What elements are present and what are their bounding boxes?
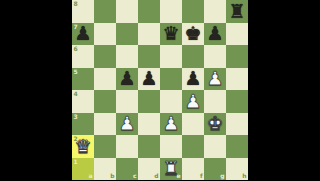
black-pawn[interactable]: ♟ xyxy=(182,68,204,91)
square-b3[interactable] xyxy=(94,113,116,136)
square-e2[interactable] xyxy=(160,135,182,158)
square-h7[interactable] xyxy=(226,23,248,46)
square-c8[interactable] xyxy=(116,0,138,23)
rank-label-8: 8 xyxy=(74,1,78,7)
square-f3[interactable] xyxy=(182,113,204,136)
rank-label-5: 5 xyxy=(74,69,78,75)
square-a8[interactable]: 8 xyxy=(72,0,94,23)
square-f8[interactable] xyxy=(182,0,204,23)
white-rook[interactable]: ♜ xyxy=(160,158,182,181)
square-f1[interactable]: f xyxy=(182,158,204,181)
square-h3[interactable] xyxy=(226,113,248,136)
square-c2[interactable] xyxy=(116,135,138,158)
square-c7[interactable] xyxy=(116,23,138,46)
square-b1[interactable]: b xyxy=(94,158,116,181)
file-label-d: d xyxy=(154,173,158,179)
square-d4[interactable] xyxy=(138,90,160,113)
square-e3[interactable]: ♟ xyxy=(160,113,182,136)
letterbox-right xyxy=(248,0,320,180)
black-pawn[interactable]: ♟ xyxy=(204,23,226,46)
square-h2[interactable] xyxy=(226,135,248,158)
square-e6[interactable] xyxy=(160,45,182,68)
square-b8[interactable] xyxy=(94,0,116,23)
square-d5[interactable]: ♟ xyxy=(138,68,160,91)
file-label-c: c xyxy=(133,173,137,179)
square-f4[interactable]: ♟ xyxy=(182,90,204,113)
square-b5[interactable] xyxy=(94,68,116,91)
square-e7[interactable]: ♛ xyxy=(160,23,182,46)
file-label-a: a xyxy=(88,173,92,179)
square-d7[interactable] xyxy=(138,23,160,46)
white-pawn[interactable]: ♟ xyxy=(182,90,204,113)
white-pawn[interactable]: ♟ xyxy=(116,113,138,136)
square-g2[interactable] xyxy=(204,135,226,158)
square-a2[interactable]: 2♛ xyxy=(72,135,94,158)
square-c6[interactable] xyxy=(116,45,138,68)
square-d6[interactable] xyxy=(138,45,160,68)
black-pawn[interactable]: ♟ xyxy=(116,68,138,91)
rank-label-6: 6 xyxy=(74,46,78,52)
square-f6[interactable] xyxy=(182,45,204,68)
square-e5[interactable] xyxy=(160,68,182,91)
file-label-f: f xyxy=(200,173,203,179)
square-d2[interactable] xyxy=(138,135,160,158)
square-g3[interactable]: ♚ xyxy=(204,113,226,136)
black-king[interactable]: ♚ xyxy=(182,23,204,46)
square-h8[interactable]: ♜ xyxy=(226,0,248,23)
rank-label-3: 3 xyxy=(74,114,78,120)
square-f7[interactable]: ♚ xyxy=(182,23,204,46)
square-g6[interactable] xyxy=(204,45,226,68)
file-label-h: h xyxy=(242,173,246,179)
square-g8[interactable] xyxy=(204,0,226,23)
square-g1[interactable]: g xyxy=(204,158,226,181)
square-c4[interactable] xyxy=(116,90,138,113)
square-c5[interactable]: ♟ xyxy=(116,68,138,91)
square-g5[interactable]: ♟ xyxy=(204,68,226,91)
chess-board: 8♜7♟♛♚♟65♟♟♟♟4♟3♟♟♚2♛1abcde♜fgh xyxy=(72,0,248,180)
black-pawn[interactable]: ♟ xyxy=(138,68,160,91)
white-pawn[interactable]: ♟ xyxy=(160,113,182,136)
square-e8[interactable] xyxy=(160,0,182,23)
square-c3[interactable]: ♟ xyxy=(116,113,138,136)
square-c1[interactable]: c xyxy=(116,158,138,181)
square-f2[interactable] xyxy=(182,135,204,158)
letterbox-left xyxy=(0,0,72,180)
black-queen[interactable]: ♛ xyxy=(160,23,182,46)
square-b7[interactable] xyxy=(94,23,116,46)
square-g4[interactable] xyxy=(204,90,226,113)
square-d8[interactable] xyxy=(138,0,160,23)
square-a7[interactable]: 7♟ xyxy=(72,23,94,46)
square-b6[interactable] xyxy=(94,45,116,68)
square-h6[interactable] xyxy=(226,45,248,68)
square-a6[interactable]: 6 xyxy=(72,45,94,68)
square-h4[interactable] xyxy=(226,90,248,113)
file-label-b: b xyxy=(110,173,114,179)
file-label-g: g xyxy=(220,173,224,179)
square-a1[interactable]: 1a xyxy=(72,158,94,181)
square-g7[interactable]: ♟ xyxy=(204,23,226,46)
black-rook[interactable]: ♜ xyxy=(226,0,248,23)
square-d1[interactable]: d xyxy=(138,158,160,181)
rank-label-1: 1 xyxy=(74,159,78,165)
square-a3[interactable]: 3 xyxy=(72,113,94,136)
rank-label-4: 4 xyxy=(74,91,78,97)
square-h5[interactable] xyxy=(226,68,248,91)
square-b2[interactable] xyxy=(94,135,116,158)
square-e4[interactable] xyxy=(160,90,182,113)
white-queen[interactable]: ♛ xyxy=(72,135,94,158)
square-d3[interactable] xyxy=(138,113,160,136)
square-e1[interactable]: e♜ xyxy=(160,158,182,181)
black-pawn[interactable]: ♟ xyxy=(72,23,94,46)
square-h1[interactable]: h xyxy=(226,158,248,181)
white-king[interactable]: ♚ xyxy=(204,113,226,136)
square-b4[interactable] xyxy=(94,90,116,113)
square-f5[interactable]: ♟ xyxy=(182,68,204,91)
square-a5[interactable]: 5 xyxy=(72,68,94,91)
video-frame: 8♜7♟♛♚♟65♟♟♟♟4♟3♟♟♚2♛1abcde♜fgh xyxy=(0,0,320,180)
white-pawn[interactable]: ♟ xyxy=(204,68,226,91)
square-a4[interactable]: 4 xyxy=(72,90,94,113)
